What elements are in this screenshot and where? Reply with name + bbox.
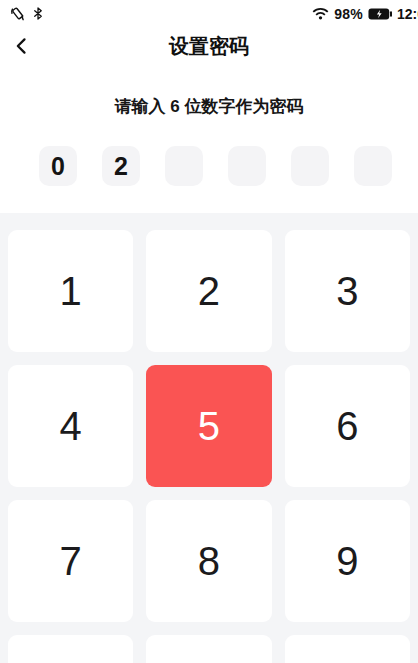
clock-time: 12:0: [397, 6, 418, 22]
key-2[interactable]: 2: [146, 230, 271, 352]
battery-charging-icon: [368, 8, 392, 20]
passcode-box-6: [354, 146, 392, 186]
vibrate-icon: [10, 6, 25, 21]
key-4[interactable]: 4: [8, 365, 133, 487]
passcode-setup-screen: 98% 12:0 设置密码 请输入 6 位数字作为密码 0 2: [0, 0, 418, 663]
key-5-pressed[interactable]: 5: [146, 365, 271, 487]
page-title: 设置密码: [0, 28, 418, 64]
passcode-box-4: [228, 146, 266, 186]
wifi-icon: [312, 7, 329, 20]
key-1[interactable]: 1: [8, 230, 133, 352]
keypad-bottom-key-1[interactable]: [8, 635, 133, 663]
chevron-left-icon: [12, 34, 32, 58]
back-button[interactable]: [9, 33, 35, 59]
key-6[interactable]: 6: [285, 365, 410, 487]
passcode-box-2: 2: [102, 146, 140, 186]
key-3[interactable]: 3: [285, 230, 410, 352]
numeric-keypad: 1 2 3 4 5 6 7 8 9: [0, 213, 418, 663]
header: 设置密码: [0, 28, 418, 64]
key-8[interactable]: 8: [146, 500, 271, 622]
passcode-box-1: 0: [39, 146, 77, 186]
status-left: [10, 3, 44, 21]
key-9[interactable]: 9: [285, 500, 410, 622]
passcode-boxes: 0 2: [39, 146, 392, 186]
passcode-box-5: [291, 146, 329, 186]
passcode-box-3: [165, 146, 203, 186]
status-bar: 98% 12:0: [0, 0, 418, 24]
battery-percent: 98%: [334, 6, 363, 22]
keypad-bottom-key-3[interactable]: [285, 635, 410, 663]
keypad-bottom-key-2[interactable]: [146, 635, 271, 663]
bluetooth-icon: [32, 6, 44, 21]
instruction-text: 请输入 6 位数字作为密码: [0, 95, 418, 118]
key-7[interactable]: 7: [8, 500, 133, 622]
status-right: 98% 12:0: [312, 3, 418, 22]
